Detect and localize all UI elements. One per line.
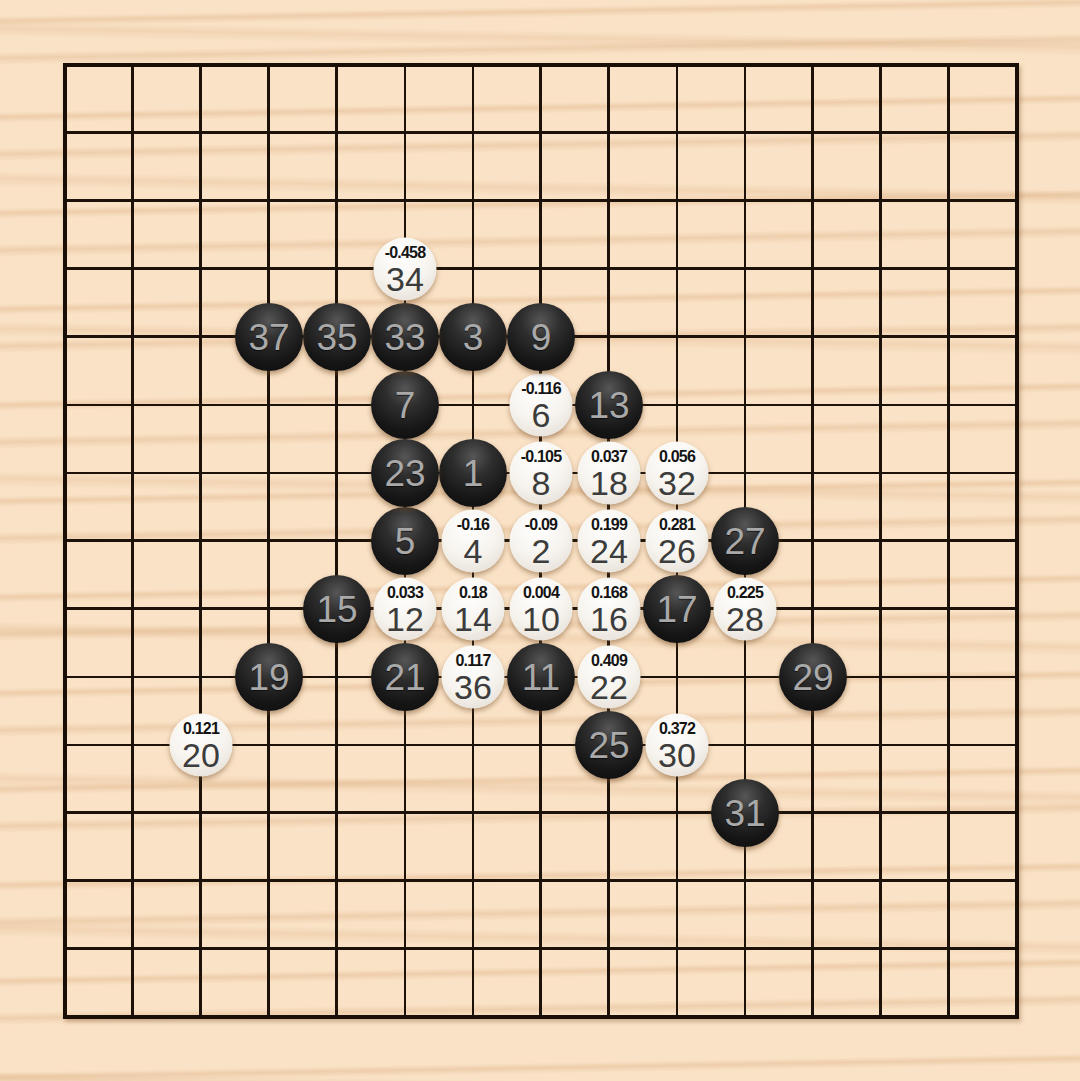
stone-move-number: 7 xyxy=(395,387,416,424)
stone-28-white: 0.22528 xyxy=(714,578,777,641)
stone-21-black: 21 xyxy=(371,643,439,711)
stone-move-number: 12 xyxy=(386,602,424,636)
stone-12-white: 0.03312 xyxy=(374,578,437,641)
stone-eval-value: -0.09 xyxy=(525,517,557,533)
stone-9-black: 9 xyxy=(507,303,575,371)
stone-move-number: 26 xyxy=(658,534,696,568)
stone-1-black: 1 xyxy=(439,439,507,507)
stone-move-number: 17 xyxy=(656,591,697,628)
stone-8-white: -0.1058 xyxy=(510,442,573,505)
stone-move-number: 14 xyxy=(454,602,492,636)
stone-32-white: 0.05632 xyxy=(646,442,709,505)
stone-29-black: 29 xyxy=(779,643,847,711)
stone-eval-value: 0.18 xyxy=(459,585,487,601)
stone-4-white: -0.164 xyxy=(442,510,505,573)
stone-move-number: 33 xyxy=(384,319,425,356)
stone-36-white: 0.11736 xyxy=(442,646,505,709)
gomoku-analysis-screen: 1-0.0923-0.1645-0.11667-0.105890.0041011… xyxy=(0,0,1080,1081)
stone-22-white: 0.40922 xyxy=(578,646,641,709)
stone-eval-value: 0.409 xyxy=(591,653,627,669)
stone-move-number: 16 xyxy=(590,602,628,636)
stone-5-black: 5 xyxy=(371,507,439,575)
stone-move-number: 1 xyxy=(463,455,484,492)
stone-eval-value: -0.458 xyxy=(385,245,426,261)
stone-20-white: 0.12120 xyxy=(170,714,233,777)
stone-move-number: 11 xyxy=(522,659,560,696)
stone-move-number: 2 xyxy=(532,534,551,568)
stones-layer: 1-0.0923-0.1645-0.11667-0.105890.0041011… xyxy=(65,65,1017,1017)
stone-move-number: 13 xyxy=(588,387,629,424)
stone-eval-value: 0.225 xyxy=(727,585,763,601)
stone-move-number: 36 xyxy=(454,670,492,704)
stone-13-black: 13 xyxy=(575,371,643,439)
stone-move-number: 27 xyxy=(724,523,765,560)
stone-19-black: 19 xyxy=(235,643,303,711)
stone-move-number: 10 xyxy=(522,602,560,636)
stone-eval-value: 0.033 xyxy=(387,585,423,601)
stone-31-black: 31 xyxy=(711,779,779,847)
stone-move-number: 18 xyxy=(590,466,628,500)
stone-eval-value: -0.116 xyxy=(521,381,561,397)
stone-eval-value: 0.281 xyxy=(659,517,695,533)
stone-2-white: -0.092 xyxy=(510,510,573,573)
stone-26-white: 0.28126 xyxy=(646,510,709,573)
stone-move-number: 28 xyxy=(726,602,764,636)
stone-move-number: 30 xyxy=(658,738,696,772)
stone-16-white: 0.16816 xyxy=(578,578,641,641)
stone-eval-value: 0.372 xyxy=(659,721,695,737)
stone-move-number: 32 xyxy=(658,466,696,500)
stone-move-number: 19 xyxy=(248,659,289,696)
stone-move-number: 4 xyxy=(464,534,483,568)
stone-move-number: 8 xyxy=(532,466,551,500)
stone-7-black: 7 xyxy=(371,371,439,439)
stone-move-number: 9 xyxy=(531,319,552,356)
stone-move-number: 6 xyxy=(532,398,551,432)
stone-34-white: -0.45834 xyxy=(374,238,437,301)
stone-move-number: 31 xyxy=(724,795,765,832)
stone-move-number: 22 xyxy=(590,670,628,704)
stone-move-number: 25 xyxy=(588,727,629,764)
stone-11-black: 11 xyxy=(507,643,575,711)
stone-15-black: 15 xyxy=(303,575,371,643)
stone-eval-value: 0.056 xyxy=(659,449,695,465)
stone-eval-value: 0.117 xyxy=(455,653,490,669)
stone-eval-value: 0.121 xyxy=(183,721,219,737)
stone-eval-value: 0.168 xyxy=(591,585,627,601)
stone-move-number: 21 xyxy=(384,659,425,696)
stone-eval-value: -0.16 xyxy=(457,517,489,533)
stone-eval-value: 0.037 xyxy=(591,449,627,465)
stone-30-white: 0.37230 xyxy=(646,714,709,777)
stone-27-black: 27 xyxy=(711,507,779,575)
stone-eval-value: 0.004 xyxy=(523,585,559,601)
stone-24-white: 0.19924 xyxy=(578,510,641,573)
stone-move-number: 24 xyxy=(590,534,628,568)
stone-23-black: 23 xyxy=(371,439,439,507)
stone-move-number: 29 xyxy=(792,659,833,696)
stone-35-black: 35 xyxy=(303,303,371,371)
stone-14-white: 0.1814 xyxy=(442,578,505,641)
stone-move-number: 3 xyxy=(463,319,484,356)
gomoku-board[interactable]: 1-0.0923-0.1645-0.11667-0.105890.0041011… xyxy=(63,63,1019,1019)
stone-10-white: 0.00410 xyxy=(510,578,573,641)
stone-move-number: 5 xyxy=(395,523,416,560)
stone-move-number: 37 xyxy=(248,319,289,356)
stone-37-black: 37 xyxy=(235,303,303,371)
stone-move-number: 20 xyxy=(182,738,220,772)
stone-move-number: 23 xyxy=(384,455,425,492)
stone-move-number: 35 xyxy=(316,319,357,356)
stone-move-number: 34 xyxy=(386,262,424,296)
stone-3-black: 3 xyxy=(439,303,507,371)
stone-17-black: 17 xyxy=(643,575,711,643)
stone-18-white: 0.03718 xyxy=(578,442,641,505)
stone-eval-value: 0.199 xyxy=(591,517,627,533)
stone-6-white: -0.1166 xyxy=(510,374,573,437)
stone-eval-value: -0.105 xyxy=(521,449,562,465)
stone-move-number: 15 xyxy=(316,591,357,628)
stone-25-black: 25 xyxy=(575,711,643,779)
stone-33-black: 33 xyxy=(371,303,439,371)
